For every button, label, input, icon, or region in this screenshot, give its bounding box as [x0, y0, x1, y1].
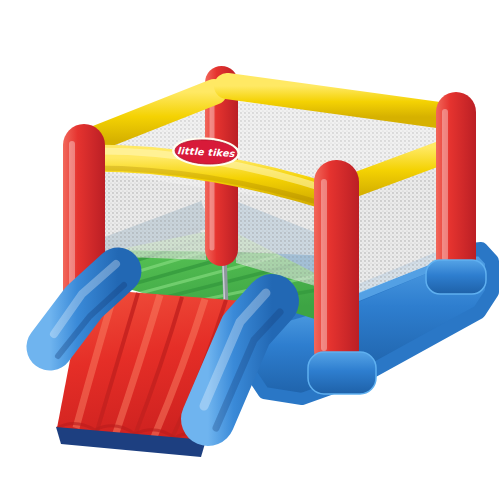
- bounce-house-product-photo: little tikes: [0, 0, 500, 500]
- bounce-house-illustration: little tikes: [0, 0, 500, 500]
- base-foot-right-post: [426, 260, 486, 294]
- corner-post-front: [314, 160, 359, 372]
- base-foot-front-post: [308, 352, 376, 394]
- corner-post-right: [436, 92, 476, 282]
